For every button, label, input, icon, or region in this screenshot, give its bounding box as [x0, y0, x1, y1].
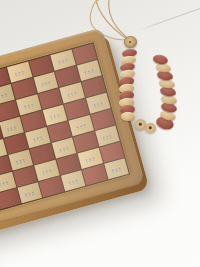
- photo-scene: ••••••••••••••••••••••••••••••••••••••••…: [0, 0, 200, 267]
- twine-string: [0, 0, 200, 267]
